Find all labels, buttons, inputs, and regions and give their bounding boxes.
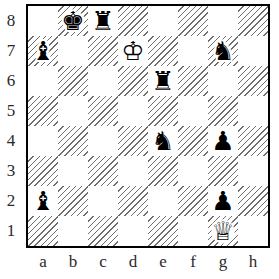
square-f6[interactable] — [178, 66, 208, 96]
square-c8[interactable]: ♜ — [88, 6, 118, 36]
square-d8[interactable] — [118, 6, 148, 36]
square-g5[interactable] — [208, 96, 238, 126]
square-e6[interactable]: ♜ — [148, 66, 178, 96]
square-c6[interactable] — [88, 66, 118, 96]
square-h2[interactable] — [238, 186, 268, 216]
rank-label-6: 6 — [2, 66, 20, 96]
square-g2[interactable]: ♟ — [208, 186, 238, 216]
square-a1[interactable] — [28, 216, 58, 246]
square-g3[interactable] — [208, 156, 238, 186]
black-rook-on-c8[interactable]: ♜ — [88, 6, 118, 36]
square-f8[interactable] — [178, 6, 208, 36]
square-h8[interactable] — [238, 6, 268, 36]
square-e2[interactable] — [148, 186, 178, 216]
square-a2[interactable]: ♝ — [28, 186, 58, 216]
square-e3[interactable] — [148, 156, 178, 186]
square-d6[interactable] — [118, 66, 148, 96]
square-a3[interactable] — [28, 156, 58, 186]
square-d3[interactable] — [118, 156, 148, 186]
file-label-g: g — [208, 251, 238, 275]
square-f3[interactable] — [178, 156, 208, 186]
square-c3[interactable] — [88, 156, 118, 186]
square-c7[interactable] — [88, 36, 118, 66]
square-f1[interactable] — [178, 216, 208, 246]
rank-label-1: 1 — [2, 216, 20, 246]
square-g8[interactable] — [208, 6, 238, 36]
file-label-f: f — [178, 251, 208, 275]
square-b1[interactable] — [58, 216, 88, 246]
square-h5[interactable] — [238, 96, 268, 126]
file-labels: abcdefgh — [28, 251, 268, 275]
square-b3[interactable] — [58, 156, 88, 186]
black-rook-on-e6[interactable]: ♜ — [148, 66, 178, 96]
square-h6[interactable] — [238, 66, 268, 96]
square-e5[interactable] — [148, 96, 178, 126]
black-knight-on-e4[interactable]: ♞ — [148, 126, 178, 156]
square-e8[interactable] — [148, 6, 178, 36]
black-king-on-b8[interactable]: ♚ — [58, 6, 88, 36]
square-e7[interactable] — [148, 36, 178, 66]
chess-diagram: 87654321 ♚♜♝♔♞♜♞♟♝♟♕ abcdefgh — [0, 0, 279, 279]
chess-board: ♚♜♝♔♞♜♞♟♝♟♕ — [26, 4, 270, 248]
file-label-h: h — [238, 251, 268, 275]
square-f4[interactable] — [178, 126, 208, 156]
square-f2[interactable] — [178, 186, 208, 216]
file-label-a: a — [28, 251, 58, 275]
square-g7[interactable]: ♞ — [208, 36, 238, 66]
square-h4[interactable] — [238, 126, 268, 156]
square-d1[interactable] — [118, 216, 148, 246]
square-b6[interactable] — [58, 66, 88, 96]
file-label-b: b — [58, 251, 88, 275]
square-c2[interactable] — [88, 186, 118, 216]
square-g4[interactable]: ♟ — [208, 126, 238, 156]
white-queen-on-g1[interactable]: ♕ — [208, 216, 238, 246]
square-g1[interactable]: ♕ — [208, 216, 238, 246]
black-pawn-on-g2[interactable]: ♟ — [208, 186, 238, 216]
rank-label-5: 5 — [2, 96, 20, 126]
black-knight-on-g7[interactable]: ♞ — [208, 36, 238, 66]
white-king-on-d7[interactable]: ♔ — [118, 36, 148, 66]
square-c5[interactable] — [88, 96, 118, 126]
rank-label-4: 4 — [2, 126, 20, 156]
rank-labels: 87654321 — [2, 6, 20, 246]
square-d5[interactable] — [118, 96, 148, 126]
square-c4[interactable] — [88, 126, 118, 156]
square-d7[interactable]: ♔ — [118, 36, 148, 66]
square-a8[interactable] — [28, 6, 58, 36]
square-h7[interactable] — [238, 36, 268, 66]
square-b7[interactable] — [58, 36, 88, 66]
rank-label-8: 8 — [2, 6, 20, 36]
square-g6[interactable] — [208, 66, 238, 96]
square-h1[interactable] — [238, 216, 268, 246]
square-b5[interactable] — [58, 96, 88, 126]
square-d2[interactable] — [118, 186, 148, 216]
square-b2[interactable] — [58, 186, 88, 216]
square-e1[interactable] — [148, 216, 178, 246]
square-a6[interactable] — [28, 66, 58, 96]
square-a4[interactable] — [28, 126, 58, 156]
rank-label-7: 7 — [2, 36, 20, 66]
square-b8[interactable]: ♚ — [58, 6, 88, 36]
square-h3[interactable] — [238, 156, 268, 186]
square-b4[interactable] — [58, 126, 88, 156]
black-pawn-on-g4[interactable]: ♟ — [208, 126, 238, 156]
square-e4[interactable]: ♞ — [148, 126, 178, 156]
square-d4[interactable] — [118, 126, 148, 156]
square-f7[interactable] — [178, 36, 208, 66]
rank-label-3: 3 — [2, 156, 20, 186]
file-label-d: d — [118, 251, 148, 275]
file-label-c: c — [88, 251, 118, 275]
square-a5[interactable] — [28, 96, 58, 126]
black-bishop-on-a2[interactable]: ♝ — [28, 186, 58, 216]
black-bishop-on-a7[interactable]: ♝ — [28, 36, 58, 66]
square-f5[interactable] — [178, 96, 208, 126]
square-c1[interactable] — [88, 216, 118, 246]
file-label-e: e — [148, 251, 178, 275]
square-a7[interactable]: ♝ — [28, 36, 58, 66]
rank-label-2: 2 — [2, 186, 20, 216]
